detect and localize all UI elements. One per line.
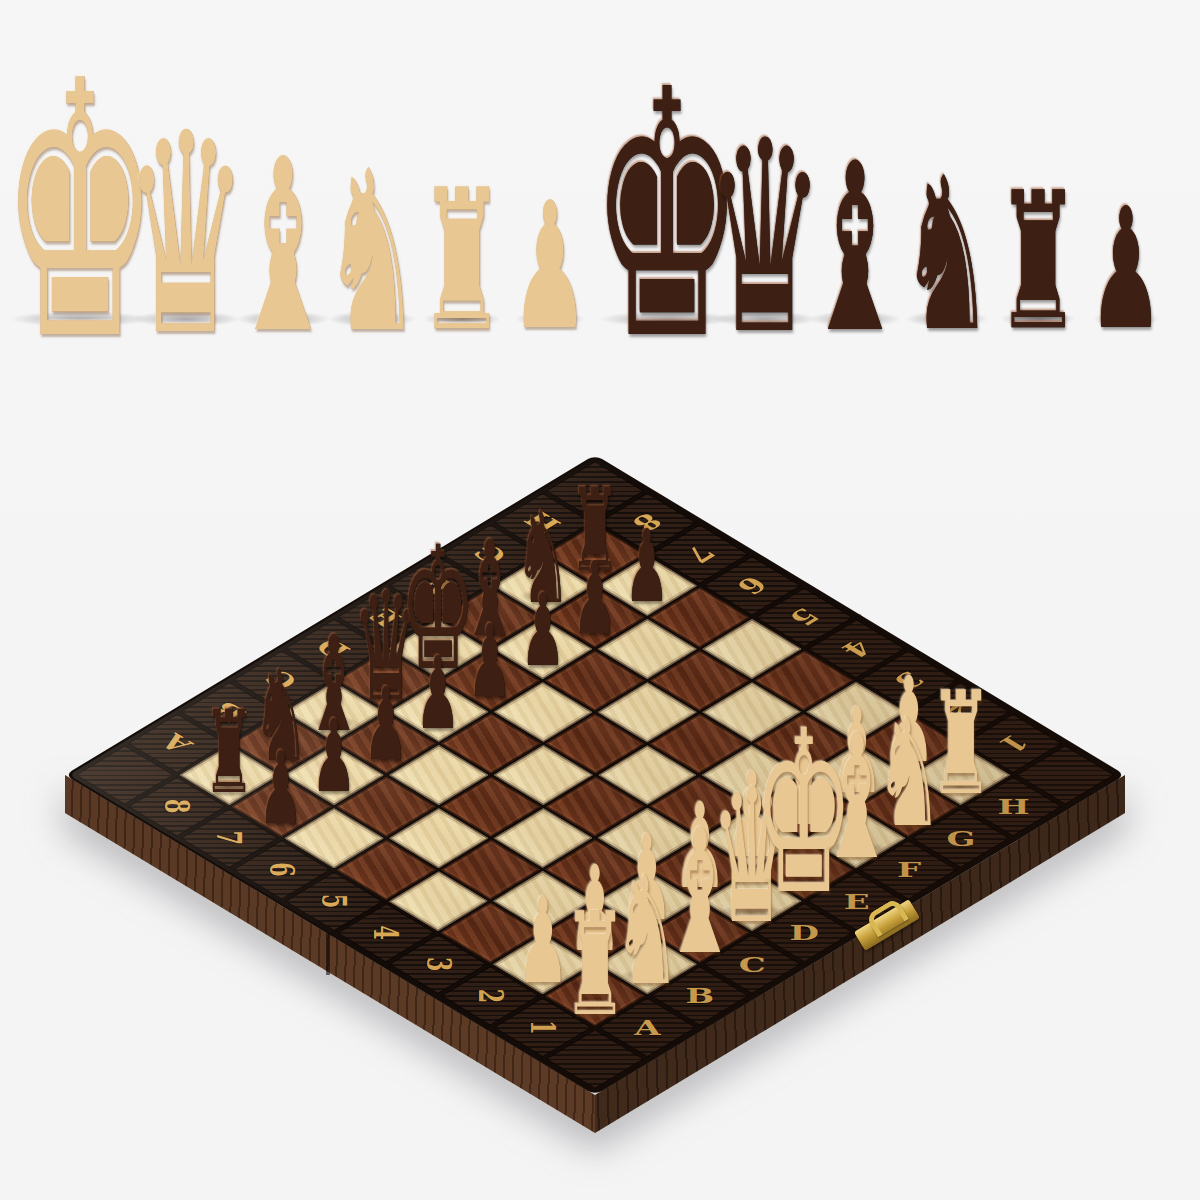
product-photo-stage: ♚♛♝♞♜♟ ♚♛♝♞♜♟ ABCDEFGH8877665544332211AB… xyxy=(0,0,1200,1200)
coordinate-label: 5 xyxy=(317,894,351,908)
coordinate-label: 5 xyxy=(784,605,825,630)
coordinate-label: 7 xyxy=(212,831,246,845)
coordinate-label: 6 xyxy=(264,863,298,877)
coordinate-label: B xyxy=(207,698,251,725)
coordinate-label: F xyxy=(896,859,920,880)
coordinate-label: C xyxy=(260,667,303,693)
coordinate-label: 4 xyxy=(836,636,877,661)
coordinate-label: F xyxy=(418,573,459,598)
coordinate-label: 1 xyxy=(526,1020,560,1034)
coordinate-label: 2 xyxy=(940,700,981,725)
coordinate-label: 2 xyxy=(473,989,507,1003)
coordinate-label: D xyxy=(311,635,356,662)
coordinate-label: 8 xyxy=(627,510,668,535)
coordinate-label: 1 xyxy=(993,731,1034,756)
coordinate-label: 3 xyxy=(421,957,455,971)
coordinate-label: C xyxy=(738,954,765,975)
coordinate-label: E xyxy=(365,604,407,630)
coordinate-label: H xyxy=(997,796,1029,817)
coordinate-label: G xyxy=(946,828,975,849)
coordinate-label: A xyxy=(634,1017,660,1038)
coordinate-label: A xyxy=(156,731,199,757)
coordinate-label: 8 xyxy=(160,799,194,813)
coordinate-label: G xyxy=(468,541,513,568)
coordinate-label: H xyxy=(519,508,566,536)
coordinate-label: 4 xyxy=(369,926,403,940)
coordinate-label: B xyxy=(685,986,714,1007)
coordinate-label: 3 xyxy=(888,668,929,693)
coordinate-label: E xyxy=(843,891,869,912)
coordinate-label: D xyxy=(789,923,818,944)
coordinate-label: 7 xyxy=(679,542,720,567)
board-fold-seam-side xyxy=(326,933,330,975)
coordinate-label: 6 xyxy=(731,573,772,598)
